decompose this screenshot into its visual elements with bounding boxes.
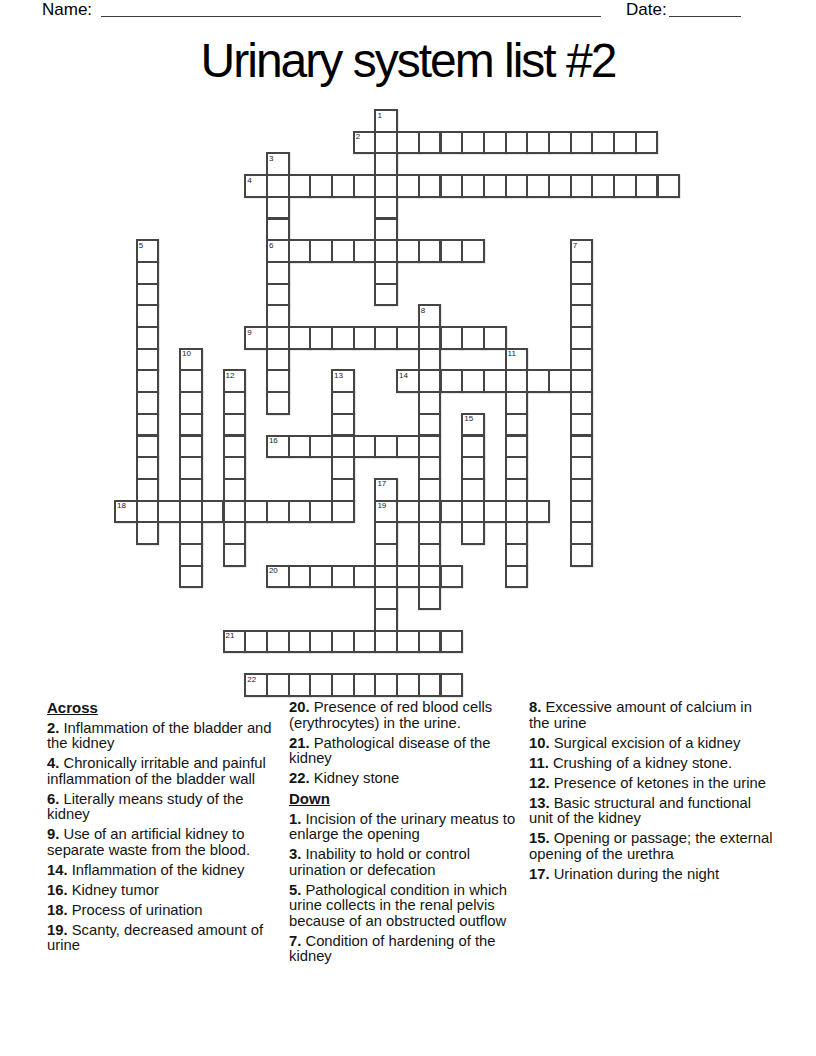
grid-cell[interactable]	[526, 174, 550, 198]
grid-cell[interactable]	[396, 630, 420, 654]
grid-cell[interactable]	[266, 326, 290, 350]
grid-cell[interactable]	[418, 326, 442, 350]
grid-cell[interactable]	[157, 500, 181, 524]
grid-cell[interactable]	[440, 239, 464, 263]
clue-D5: 5. Pathological condition in which urine…	[289, 883, 527, 930]
grid-cell[interactable]	[505, 456, 529, 480]
clue-number-label: 14.	[47, 862, 72, 878]
grid-cell[interactable]	[331, 456, 355, 480]
date-label: Date:	[626, 0, 667, 20]
grid-cell[interactable]	[505, 521, 529, 545]
grid-cell[interactable]	[136, 369, 160, 393]
grid-clue-number: 3	[269, 155, 273, 163]
grid-cell[interactable]	[331, 673, 355, 697]
clue-D13: 13. Basic structural and functional unit…	[529, 796, 773, 827]
clue-number-label: 2.	[47, 720, 63, 736]
grid-cell[interactable]	[136, 478, 160, 502]
grid-cell[interactable]	[331, 326, 355, 350]
grid-cell[interactable]	[374, 608, 398, 632]
grid-cell[interactable]	[374, 174, 398, 198]
grid-cell[interactable]	[418, 391, 442, 415]
grid-cell[interactable]	[461, 435, 485, 459]
grid-cell[interactable]	[570, 478, 594, 502]
grid-cell[interactable]	[266, 304, 290, 328]
grid-cell[interactable]	[418, 413, 442, 437]
grid-cell[interactable]	[374, 543, 398, 567]
grid-clue-number: 8	[421, 307, 425, 315]
clue-section-header-down: Down	[289, 791, 527, 807]
page-title: Urinary system list #2	[0, 34, 816, 88]
grid-cell[interactable]	[201, 500, 225, 524]
clue-number-label: 5.	[289, 882, 305, 898]
grid-clue-number: 5	[139, 242, 143, 250]
grid-cell[interactable]	[570, 283, 594, 307]
grid-cell[interactable]	[374, 521, 398, 545]
grid-cell[interactable]	[266, 174, 290, 198]
grid-cell[interactable]	[179, 500, 203, 524]
clue-column-3: 8. Excessive amount of calcium in the ur…	[529, 700, 773, 887]
grid-cell[interactable]	[591, 174, 615, 198]
grid-cell[interactable]	[136, 413, 160, 437]
grid-cell[interactable]	[179, 413, 203, 437]
clue-number-label: 15.	[529, 830, 554, 846]
grid-cell[interactable]	[331, 630, 355, 654]
grid-cell[interactable]	[418, 369, 442, 393]
grid-cell[interactable]	[505, 369, 529, 393]
grid-cell[interactable]	[374, 283, 398, 307]
grid-cell[interactable]	[266, 283, 290, 307]
grid-cell[interactable]	[353, 565, 377, 589]
grid-cell[interactable]	[374, 326, 398, 350]
clue-D15: 15. Opening or passage; the external ope…	[529, 831, 773, 862]
grid-cell[interactable]	[440, 630, 464, 654]
grid-cell[interactable]	[223, 391, 247, 415]
grid-cell[interactable]	[505, 131, 529, 155]
grid-clue-number: 13	[334, 372, 343, 380]
grid-cell[interactable]	[266, 261, 290, 285]
grid-cell[interactable]	[396, 239, 420, 263]
grid-cell[interactable]	[223, 521, 247, 545]
grid-cell[interactable]	[505, 435, 529, 459]
clue-A22: 22. Kidney stone	[289, 771, 527, 787]
grid-cell[interactable]	[418, 478, 442, 502]
clue-A16: 16. Kidney tumor	[47, 883, 279, 899]
grid-cell[interactable]	[418, 500, 442, 524]
grid-cell[interactable]	[613, 174, 637, 198]
grid-cell[interactable]	[136, 435, 160, 459]
grid-cell[interactable]	[570, 500, 594, 524]
grid-cell[interactable]	[396, 500, 420, 524]
grid-cell[interactable]	[288, 630, 312, 654]
grid-cell[interactable]	[179, 543, 203, 567]
grid-cell[interactable]	[461, 521, 485, 545]
grid-cell[interactable]	[136, 261, 160, 285]
grid-cell[interactable]	[288, 174, 312, 198]
grid-cell[interactable]	[331, 174, 355, 198]
grid-cell[interactable]	[570, 413, 594, 437]
grid-cell[interactable]	[570, 348, 594, 372]
grid-clue-number: 20	[269, 567, 278, 575]
clue-number-label: 9.	[47, 826, 63, 842]
grid-cell[interactable]	[461, 456, 485, 480]
clue-D7: 7. Condition of hardening of the kidney	[289, 934, 527, 965]
grid-cell[interactable]	[374, 131, 398, 155]
clue-number-label: 8.	[529, 699, 545, 715]
grid-cell[interactable]	[288, 565, 312, 589]
clue-A2: 2. Inflammation of the bladder and the k…	[47, 721, 279, 752]
grid-clue-number: 16	[269, 437, 278, 445]
grid-cell[interactable]	[418, 673, 442, 697]
grid-cell[interactable]	[613, 131, 637, 155]
grid-cell[interactable]	[309, 673, 333, 697]
clue-A21: 21. Pathological disease of the kidney	[289, 736, 527, 767]
grid-cell[interactable]	[374, 218, 398, 242]
grid-cell[interactable]	[179, 521, 203, 545]
grid-cell[interactable]	[526, 131, 550, 155]
grid-cell[interactable]	[288, 239, 312, 263]
clue-D17: 17. Urination during the night	[529, 867, 773, 883]
clue-number-label: 20.	[289, 699, 314, 715]
grid-cell[interactable]	[266, 196, 290, 220]
grid-cell[interactable]	[657, 174, 681, 198]
grid-cell[interactable]	[374, 586, 398, 610]
grid-cell[interactable]	[526, 500, 550, 524]
grid-cell[interactable]	[591, 131, 615, 155]
grid-cell[interactable]	[353, 326, 377, 350]
clue-A6: 6. Literally means study of the kidney	[47, 792, 279, 823]
grid-clue-number: 12	[226, 372, 235, 380]
grid-cell[interactable]	[635, 174, 659, 198]
grid-cell[interactable]	[223, 478, 247, 502]
grid-cell[interactable]	[483, 326, 507, 350]
clue-D11: 11. Crushing of a kidney stone.	[529, 756, 773, 772]
clue-number-label: 19.	[47, 922, 72, 938]
clue-A9: 9. Use of an artificial kidney to separa…	[47, 827, 279, 858]
grid-cell[interactable]	[461, 478, 485, 502]
grid-cell[interactable]	[266, 348, 290, 372]
grid-clue-number: 1	[377, 112, 381, 120]
grid-cell[interactable]	[244, 630, 268, 654]
grid-cell[interactable]	[418, 435, 442, 459]
name-label: Name:	[42, 0, 92, 20]
grid-cell[interactable]	[505, 174, 529, 198]
grid-cell[interactable]	[223, 500, 247, 524]
grid-cell[interactable]	[418, 456, 442, 480]
grid-cell[interactable]	[418, 131, 442, 155]
grid-cell[interactable]	[353, 673, 377, 697]
grid-cell[interactable]	[331, 391, 355, 415]
grid-cell[interactable]	[570, 326, 594, 350]
grid-cell[interactable]	[570, 304, 594, 328]
grid-cell[interactable]	[374, 565, 398, 589]
grid-cell[interactable]	[266, 369, 290, 393]
grid-cell[interactable]	[266, 391, 290, 415]
date-blank-line	[669, 0, 741, 17]
clue-number-label: 13.	[529, 795, 554, 811]
grid-cell[interactable]	[396, 131, 420, 155]
grid-cell[interactable]	[440, 565, 464, 589]
grid-cell[interactable]	[461, 174, 485, 198]
grid-cell[interactable]	[570, 521, 594, 545]
grid-cell[interactable]	[570, 456, 594, 480]
grid-cell[interactable]	[396, 326, 420, 350]
grid-cell[interactable]	[505, 478, 529, 502]
grid-cell[interactable]	[505, 565, 529, 589]
grid-cell[interactable]	[179, 369, 203, 393]
grid-cell[interactable]	[418, 565, 442, 589]
grid-cell[interactable]	[179, 435, 203, 459]
grid-cell[interactable]	[136, 456, 160, 480]
grid-clue-number: 9	[247, 329, 251, 337]
grid-cell[interactable]	[418, 521, 442, 545]
clue-D1: 1. Incision of the urinary meatus to enl…	[289, 812, 527, 843]
grid-cell[interactable]	[353, 239, 377, 263]
grid-cell[interactable]	[331, 413, 355, 437]
grid-cell[interactable]	[223, 543, 247, 567]
clue-A4: 4. Chronically irritable and painful inf…	[47, 756, 279, 787]
grid-clue-number: 15	[464, 415, 473, 423]
grid-cell[interactable]	[223, 413, 247, 437]
grid-cell[interactable]	[440, 174, 464, 198]
grid-clue-number: 22	[247, 676, 256, 684]
grid-cell[interactable]	[440, 673, 464, 697]
grid-cell[interactable]	[505, 500, 529, 524]
grid-clue-number: 11	[508, 350, 516, 358]
grid-cell[interactable]	[309, 565, 333, 589]
grid-cell[interactable]	[440, 326, 464, 350]
grid-cell[interactable]	[570, 261, 594, 285]
grid-cell[interactable]	[309, 326, 333, 350]
grid-cell[interactable]	[483, 369, 507, 393]
grid-cell[interactable]	[179, 456, 203, 480]
grid-cell[interactable]	[223, 435, 247, 459]
grid-cell[interactable]	[418, 174, 442, 198]
grid-cell[interactable]	[440, 131, 464, 155]
grid-cell[interactable]	[223, 456, 247, 480]
grid-cell[interactable]	[440, 369, 464, 393]
clue-column-1: Across2. Inflammation of the bladder and…	[47, 700, 279, 958]
grid-cell[interactable]	[266, 673, 290, 697]
crossword-grid: 24691416181920212213578101112131517	[114, 109, 682, 699]
grid-cell[interactable]	[136, 348, 160, 372]
grid-cell[interactable]	[418, 239, 442, 263]
grid-cell[interactable]	[288, 673, 312, 697]
grid-cell[interactable]	[331, 500, 355, 524]
clue-A14: 14. Inflammation of the kidney	[47, 863, 279, 879]
clue-number-label: 22.	[289, 770, 314, 786]
grid-cell[interactable]	[461, 326, 485, 350]
clue-D3: 3. Inability to hold or control urinatio…	[289, 847, 527, 878]
grid-cell[interactable]	[570, 369, 594, 393]
grid-cell[interactable]	[396, 174, 420, 198]
grid-cell[interactable]	[136, 391, 160, 415]
clue-A20: 20. Presence of red blood cells (erythro…	[289, 700, 527, 731]
grid-cell[interactable]	[136, 500, 160, 524]
grid-cell[interactable]	[461, 500, 485, 524]
grid-cell[interactable]	[309, 630, 333, 654]
grid-cell[interactable]	[244, 500, 268, 524]
clue-number-label: 11.	[529, 755, 553, 771]
grid-cell[interactable]	[570, 435, 594, 459]
clue-number-label: 10.	[529, 735, 554, 751]
grid-cell[interactable]	[461, 131, 485, 155]
grid-cell[interactable]	[374, 239, 398, 263]
name-blank-line	[101, 0, 601, 17]
grid-cell[interactable]	[374, 152, 398, 176]
grid-clue-number: 17	[377, 480, 386, 488]
grid-cell[interactable]	[396, 435, 420, 459]
grid-cell[interactable]	[570, 131, 594, 155]
clue-number-label: 12.	[529, 775, 554, 791]
clue-number-label: 18.	[47, 902, 72, 918]
clue-number-label: 21.	[289, 735, 314, 751]
grid-cell[interactable]	[418, 586, 442, 610]
grid-cell[interactable]	[548, 131, 572, 155]
grid-cell[interactable]	[179, 478, 203, 502]
grid-cell[interactable]	[418, 543, 442, 567]
grid-cell[interactable]	[461, 239, 485, 263]
grid-cell[interactable]	[266, 218, 290, 242]
grid-cell[interactable]	[136, 521, 160, 545]
grid-cell[interactable]	[136, 283, 160, 307]
grid-cell[interactable]	[418, 630, 442, 654]
clue-D12: 12. Presence of ketones in the urine	[529, 776, 773, 792]
grid-cell[interactable]	[288, 326, 312, 350]
grid-cell[interactable]	[309, 239, 333, 263]
grid-cell[interactable]	[179, 565, 203, 589]
grid-cell[interactable]	[374, 196, 398, 220]
grid-cell[interactable]	[331, 435, 355, 459]
grid-cell[interactable]	[440, 500, 464, 524]
clue-number-label: 16.	[47, 882, 72, 898]
grid-cell[interactable]	[548, 369, 572, 393]
grid-cell[interactable]	[461, 369, 485, 393]
grid-cell[interactable]	[136, 326, 160, 350]
grid-clue-number: 14	[399, 372, 408, 380]
grid-cell[interactable]	[331, 565, 355, 589]
clue-number-label: 7.	[289, 933, 305, 949]
grid-cell[interactable]	[548, 174, 572, 198]
worksheet-page: Name: Date: Urinary system list #2 24691…	[0, 0, 816, 1056]
grid-cell[interactable]	[526, 369, 550, 393]
grid-cell[interactable]	[288, 435, 312, 459]
grid-cell[interactable]	[374, 261, 398, 285]
grid-cell[interactable]	[353, 630, 377, 654]
grid-clue-number: 2	[356, 133, 360, 141]
grid-cell[interactable]	[309, 500, 333, 524]
clue-number-label: 6.	[47, 791, 63, 807]
grid-cell[interactable]	[483, 174, 507, 198]
grid-cell[interactable]	[483, 500, 507, 524]
grid-cell[interactable]	[353, 174, 377, 198]
grid-cell[interactable]	[353, 435, 377, 459]
grid-cell[interactable]	[266, 500, 290, 524]
grid-clue-number: 21	[226, 632, 235, 640]
grid-cell[interactable]	[331, 478, 355, 502]
grid-cell[interactable]	[179, 391, 203, 415]
grid-clue-number: 6	[269, 242, 273, 250]
grid-cell[interactable]	[331, 239, 355, 263]
clue-number-label: 4.	[47, 755, 63, 771]
grid-cell[interactable]	[505, 543, 529, 567]
clue-column-2: 20. Presence of red blood cells (erythro…	[289, 700, 527, 969]
grid-cell[interactable]	[570, 543, 594, 567]
grid-cell[interactable]	[396, 565, 420, 589]
grid-cell[interactable]	[396, 673, 420, 697]
clue-A18: 18. Process of urination	[47, 903, 279, 919]
grid-cell[interactable]	[374, 435, 398, 459]
grid-cell[interactable]	[570, 391, 594, 415]
grid-cell[interactable]	[288, 500, 312, 524]
clue-number-label: 1.	[289, 811, 305, 827]
grid-cell[interactable]	[266, 630, 290, 654]
grid-cell[interactable]	[483, 131, 507, 155]
grid-cell[interactable]	[635, 131, 659, 155]
clue-A19: 19. Scanty, decreased amount of urine	[47, 923, 279, 954]
grid-clue-number: 10	[182, 350, 191, 358]
grid-clue-number: 18	[117, 502, 126, 510]
grid-cell[interactable]	[136, 304, 160, 328]
clue-section-header-across: Across	[47, 700, 279, 716]
grid-cell[interactable]	[309, 435, 333, 459]
grid-cell[interactable]	[505, 391, 529, 415]
grid-clue-number: 19	[377, 502, 386, 510]
grid-cell[interactable]	[418, 348, 442, 372]
grid-cell[interactable]	[505, 413, 529, 437]
clue-number-label: 3.	[289, 846, 305, 862]
grid-cell[interactable]	[374, 630, 398, 654]
grid-cell[interactable]	[309, 174, 333, 198]
grid-clue-number: 4	[247, 177, 251, 185]
grid-clue-number: 7	[573, 242, 577, 250]
grid-cell[interactable]	[374, 673, 398, 697]
clue-D8: 8. Excessive amount of calcium in the ur…	[529, 700, 773, 731]
clue-D10: 10. Surgical excision of a kidney	[529, 736, 773, 752]
grid-cell[interactable]	[570, 174, 594, 198]
clue-number-label: 17.	[529, 866, 554, 882]
